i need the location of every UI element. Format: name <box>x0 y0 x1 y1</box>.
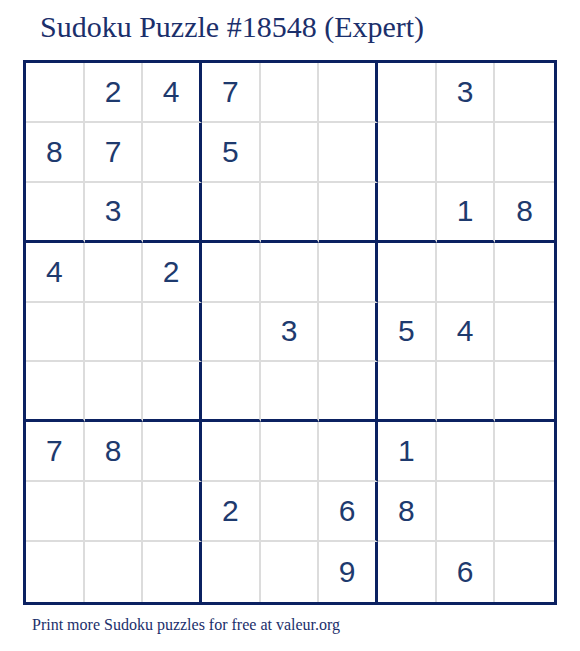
cell-r6c1[interactable] <box>26 362 85 422</box>
cell-r6c7[interactable] <box>378 362 437 422</box>
cell-r7c1[interactable]: 7 <box>26 422 85 482</box>
cell-r4c9[interactable] <box>495 243 554 303</box>
cell-r1c7[interactable] <box>378 63 437 123</box>
cell-r5c7[interactable]: 5 <box>378 303 437 363</box>
cell-r5c1[interactable] <box>26 303 85 363</box>
cell-r9c1[interactable] <box>26 542 85 602</box>
cell-r7c7[interactable]: 1 <box>378 422 437 482</box>
cell-r8c1[interactable] <box>26 482 85 542</box>
cell-r1c8[interactable]: 3 <box>437 63 496 123</box>
cell-r2c5[interactable] <box>261 123 320 183</box>
cell-r1c6[interactable] <box>319 63 378 123</box>
cell-r5c6[interactable] <box>319 303 378 363</box>
cell-r9c9[interactable] <box>495 542 554 602</box>
cell-r2c1[interactable]: 8 <box>26 123 85 183</box>
cell-r2c2[interactable]: 7 <box>85 123 144 183</box>
cell-r4c5[interactable] <box>261 243 320 303</box>
cell-r6c3[interactable] <box>143 362 202 422</box>
cell-r2c4[interactable]: 5 <box>202 123 261 183</box>
cell-r4c7[interactable] <box>378 243 437 303</box>
cell-r3c1[interactable] <box>26 183 85 243</box>
cell-r3c3[interactable] <box>143 183 202 243</box>
cell-r2c8[interactable] <box>437 123 496 183</box>
cell-r5c5[interactable]: 3 <box>261 303 320 363</box>
cell-r6c9[interactable] <box>495 362 554 422</box>
cell-r7c4[interactable] <box>202 422 261 482</box>
cell-r5c4[interactable] <box>202 303 261 363</box>
cell-r5c2[interactable] <box>85 303 144 363</box>
cell-r4c3[interactable]: 2 <box>143 243 202 303</box>
cell-r4c4[interactable] <box>202 243 261 303</box>
cell-r2c6[interactable] <box>319 123 378 183</box>
cell-r5c8[interactable]: 4 <box>437 303 496 363</box>
cell-r3c2[interactable]: 3 <box>85 183 144 243</box>
cell-r7c9[interactable] <box>495 422 554 482</box>
cell-r4c2[interactable] <box>85 243 144 303</box>
cell-r9c5[interactable] <box>261 542 320 602</box>
cell-r9c4[interactable] <box>202 542 261 602</box>
cell-r4c8[interactable] <box>437 243 496 303</box>
cell-r6c8[interactable] <box>437 362 496 422</box>
cell-r2c9[interactable] <box>495 123 554 183</box>
cell-r7c2[interactable]: 8 <box>85 422 144 482</box>
cell-r4c1[interactable]: 4 <box>26 243 85 303</box>
cell-r7c5[interactable] <box>261 422 320 482</box>
footer-text: Print more Sudoku puzzles for free at va… <box>32 616 340 634</box>
cell-r8c8[interactable] <box>437 482 496 542</box>
cell-r9c8[interactable]: 6 <box>437 542 496 602</box>
cell-r7c8[interactable] <box>437 422 496 482</box>
sudoku-board: 24738753184235478126896 <box>23 60 557 605</box>
cell-r8c7[interactable]: 8 <box>378 482 437 542</box>
cell-r9c7[interactable] <box>378 542 437 602</box>
cell-r9c3[interactable] <box>143 542 202 602</box>
cell-r6c5[interactable] <box>261 362 320 422</box>
cell-r8c4[interactable]: 2 <box>202 482 261 542</box>
sudoku-page: Sudoku Puzzle #18548 (Expert) 2473875318… <box>0 0 580 651</box>
cell-r1c9[interactable] <box>495 63 554 123</box>
cell-r5c9[interactable] <box>495 303 554 363</box>
cell-r3c6[interactable] <box>319 183 378 243</box>
cell-r4c6[interactable] <box>319 243 378 303</box>
cell-r1c2[interactable]: 2 <box>85 63 144 123</box>
cell-r7c3[interactable] <box>143 422 202 482</box>
cell-r8c5[interactable] <box>261 482 320 542</box>
cell-r8c2[interactable] <box>85 482 144 542</box>
cell-r3c8[interactable]: 1 <box>437 183 496 243</box>
cell-r3c5[interactable] <box>261 183 320 243</box>
cell-r1c5[interactable] <box>261 63 320 123</box>
cell-r3c4[interactable] <box>202 183 261 243</box>
cell-r8c3[interactable] <box>143 482 202 542</box>
cell-r8c6[interactable]: 6 <box>319 482 378 542</box>
cell-r2c7[interactable] <box>378 123 437 183</box>
cell-r2c3[interactable] <box>143 123 202 183</box>
cell-r5c3[interactable] <box>143 303 202 363</box>
cell-r6c6[interactable] <box>319 362 378 422</box>
cell-r6c2[interactable] <box>85 362 144 422</box>
cell-r7c6[interactable] <box>319 422 378 482</box>
cell-r3c9[interactable]: 8 <box>495 183 554 243</box>
page-title: Sudoku Puzzle #18548 (Expert) <box>40 10 424 44</box>
cell-r9c6[interactable]: 9 <box>319 542 378 602</box>
cell-r6c4[interactable] <box>202 362 261 422</box>
cell-r8c9[interactable] <box>495 482 554 542</box>
cell-r3c7[interactable] <box>378 183 437 243</box>
cell-r1c1[interactable] <box>26 63 85 123</box>
cell-r1c4[interactable]: 7 <box>202 63 261 123</box>
cell-r1c3[interactable]: 4 <box>143 63 202 123</box>
cell-r9c2[interactable] <box>85 542 144 602</box>
